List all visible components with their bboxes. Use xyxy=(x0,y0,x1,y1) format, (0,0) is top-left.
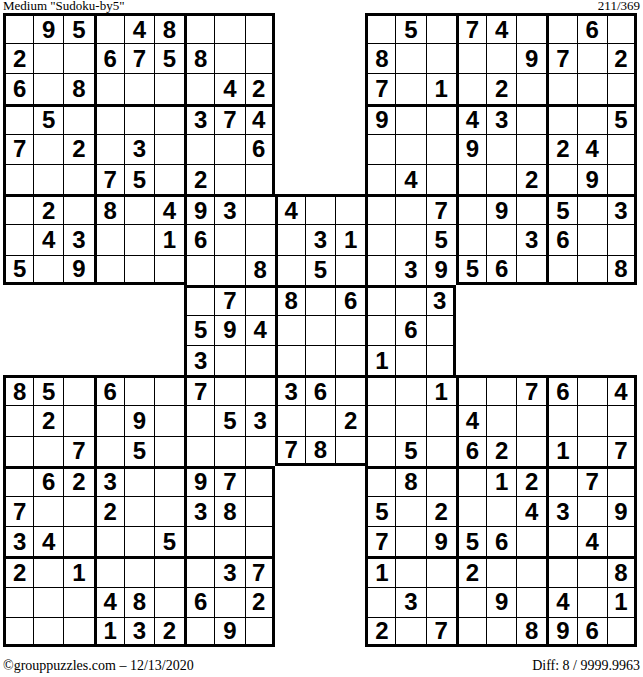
sudoku-cell-r15c5[interactable]: 5 xyxy=(124,436,154,466)
sudoku-cell-r6c21[interactable] xyxy=(607,164,637,194)
sudoku-cell-r20c7[interactable]: 6 xyxy=(184,587,214,617)
sudoku-cell-r13c9[interactable] xyxy=(245,375,275,405)
sudoku-cell-r4c21[interactable]: 5 xyxy=(607,104,637,134)
sudoku-cell-r15c11[interactable]: 8 xyxy=(305,436,335,466)
sudoku-cell-r6c4[interactable]: 7 xyxy=(94,164,124,194)
sudoku-cell-r20c5[interactable]: 8 xyxy=(124,587,154,617)
sudoku-cell-r2c16[interactable] xyxy=(456,43,486,73)
sudoku-cell-r6c18[interactable]: 2 xyxy=(516,164,546,194)
sudoku-cell-r5c3[interactable]: 2 xyxy=(63,134,93,164)
sudoku-cell-r7c18[interactable] xyxy=(516,194,546,224)
sudoku-cell-r9c21[interactable]: 8 xyxy=(607,255,637,285)
sudoku-cell-r9c11[interactable]: 5 xyxy=(305,255,335,285)
sudoku-cell-r13c16[interactable] xyxy=(456,375,486,405)
sudoku-cell-r9c8[interactable] xyxy=(214,255,244,285)
sudoku-cell-r2c5[interactable]: 7 xyxy=(124,43,154,73)
sudoku-cell-r11c7[interactable]: 5 xyxy=(184,315,214,345)
sudoku-cell-r10c12[interactable]: 6 xyxy=(335,285,365,315)
sudoku-cell-r7c19[interactable]: 5 xyxy=(546,194,576,224)
sudoku-cell-r8c10[interactable] xyxy=(275,224,305,254)
sudoku-cell-r21c1[interactable] xyxy=(3,617,33,647)
sudoku-cell-r13c21[interactable]: 4 xyxy=(607,375,637,405)
sudoku-cell-r1c8[interactable] xyxy=(214,13,244,43)
sudoku-cell-r17c19[interactable]: 3 xyxy=(546,496,576,526)
sudoku-cell-r4c6[interactable] xyxy=(154,104,184,134)
sudoku-cell-r6c3[interactable] xyxy=(63,164,93,194)
sudoku-cell-r5c17[interactable] xyxy=(486,134,516,164)
sudoku-cell-r3c1[interactable]: 6 xyxy=(3,73,33,103)
sudoku-cell-r13c19[interactable]: 6 xyxy=(546,375,576,405)
sudoku-cell-r14c21[interactable] xyxy=(607,405,637,435)
sudoku-cell-r17c13[interactable]: 5 xyxy=(365,496,395,526)
sudoku-cell-r18c1[interactable]: 3 xyxy=(3,526,33,556)
sudoku-cell-r1c17[interactable]: 4 xyxy=(486,13,516,43)
sudoku-cell-r1c1[interactable] xyxy=(3,13,33,43)
sudoku-cell-r13c2[interactable]: 5 xyxy=(33,375,63,405)
sudoku-cell-r1c18[interactable] xyxy=(516,13,546,43)
sudoku-cell-r5c15[interactable] xyxy=(426,134,456,164)
sudoku-cell-r17c8[interactable]: 8 xyxy=(214,496,244,526)
sudoku-cell-r15c21[interactable]: 7 xyxy=(607,436,637,466)
sudoku-cell-r15c14[interactable]: 5 xyxy=(395,436,425,466)
sudoku-cell-r14c3[interactable] xyxy=(63,405,93,435)
sudoku-cell-r19c8[interactable]: 3 xyxy=(214,556,244,586)
sudoku-cell-r17c6[interactable] xyxy=(154,496,184,526)
sudoku-cell-r13c17[interactable] xyxy=(486,375,516,405)
sudoku-cell-r8c3[interactable]: 3 xyxy=(63,224,93,254)
sudoku-cell-r4c17[interactable]: 3 xyxy=(486,104,516,134)
sudoku-cell-r2c13[interactable]: 8 xyxy=(365,43,395,73)
sudoku-cell-r9c10[interactable] xyxy=(275,255,305,285)
sudoku-cell-r8c5[interactable] xyxy=(124,224,154,254)
sudoku-cell-r4c4[interactable] xyxy=(94,104,124,134)
sudoku-cell-r21c2[interactable] xyxy=(33,617,63,647)
sudoku-cell-r19c3[interactable]: 1 xyxy=(63,556,93,586)
sudoku-cell-r4c15[interactable] xyxy=(426,104,456,134)
sudoku-cell-r8c1[interactable] xyxy=(3,224,33,254)
sudoku-cell-r2c8[interactable] xyxy=(214,43,244,73)
sudoku-cell-r15c4[interactable] xyxy=(94,436,124,466)
sudoku-cell-r5c8[interactable] xyxy=(214,134,244,164)
sudoku-cell-r13c15[interactable]: 1 xyxy=(426,375,456,405)
sudoku-cell-r10c9[interactable] xyxy=(245,285,275,315)
sudoku-cell-r17c3[interactable] xyxy=(63,496,93,526)
sudoku-cell-r6c1[interactable] xyxy=(3,164,33,194)
sudoku-cell-r19c4[interactable] xyxy=(94,556,124,586)
sudoku-cell-r9c13[interactable] xyxy=(365,255,395,285)
sudoku-cell-r14c5[interactable]: 9 xyxy=(124,405,154,435)
sudoku-cell-r9c16[interactable]: 5 xyxy=(456,255,486,285)
sudoku-cell-r6c17[interactable] xyxy=(486,164,516,194)
sudoku-cell-r7c5[interactable] xyxy=(124,194,154,224)
sudoku-cell-r21c5[interactable]: 3 xyxy=(124,617,154,647)
sudoku-cell-r21c21[interactable] xyxy=(607,617,637,647)
sudoku-cell-r17c1[interactable]: 7 xyxy=(3,496,33,526)
sudoku-cell-r5c14[interactable] xyxy=(395,134,425,164)
sudoku-cell-r13c8[interactable] xyxy=(214,375,244,405)
sudoku-cell-r8c2[interactable]: 4 xyxy=(33,224,63,254)
sudoku-cell-r15c10[interactable]: 7 xyxy=(275,436,305,466)
sudoku-cell-r17c17[interactable] xyxy=(486,496,516,526)
sudoku-cell-r18c16[interactable]: 5 xyxy=(456,526,486,556)
sudoku-cell-r21c19[interactable]: 9 xyxy=(546,617,576,647)
sudoku-cell-r17c14[interactable] xyxy=(395,496,425,526)
sudoku-cell-r1c16[interactable]: 7 xyxy=(456,13,486,43)
sudoku-cell-r13c10[interactable]: 3 xyxy=(275,375,305,405)
sudoku-cell-r10c7[interactable] xyxy=(184,285,214,315)
sudoku-cell-r4c5[interactable] xyxy=(124,104,154,134)
sudoku-cell-r17c7[interactable]: 3 xyxy=(184,496,214,526)
sudoku-cell-r9c9[interactable]: 8 xyxy=(245,255,275,285)
sudoku-cell-r14c2[interactable]: 2 xyxy=(33,405,63,435)
sudoku-cell-r14c15[interactable] xyxy=(426,405,456,435)
sudoku-cell-r9c7[interactable] xyxy=(184,255,214,285)
sudoku-cell-r9c12[interactable] xyxy=(335,255,365,285)
sudoku-cell-r4c18[interactable] xyxy=(516,104,546,134)
sudoku-cell-r20c6[interactable] xyxy=(154,587,184,617)
sudoku-cell-r15c13[interactable] xyxy=(365,436,395,466)
sudoku-cell-r8c6[interactable]: 1 xyxy=(154,224,184,254)
sudoku-cell-r4c8[interactable]: 7 xyxy=(214,104,244,134)
sudoku-cell-r14c11[interactable] xyxy=(305,405,335,435)
sudoku-cell-r11c9[interactable]: 4 xyxy=(245,315,275,345)
sudoku-cell-r16c3[interactable]: 2 xyxy=(63,466,93,496)
sudoku-cell-r21c13[interactable]: 2 xyxy=(365,617,395,647)
sudoku-cell-r4c19[interactable] xyxy=(546,104,576,134)
sudoku-cell-r14c7[interactable] xyxy=(184,405,214,435)
sudoku-cell-r2c9[interactable] xyxy=(245,43,275,73)
sudoku-cell-r7c12[interactable] xyxy=(335,194,365,224)
sudoku-cell-r4c3[interactable] xyxy=(63,104,93,134)
sudoku-cell-r16c15[interactable] xyxy=(426,466,456,496)
sudoku-cell-r2c2[interactable] xyxy=(33,43,63,73)
sudoku-cell-r20c3[interactable] xyxy=(63,587,93,617)
sudoku-cell-r2c4[interactable]: 6 xyxy=(94,43,124,73)
sudoku-cell-r17c9[interactable] xyxy=(245,496,275,526)
sudoku-cell-r14c4[interactable] xyxy=(94,405,124,435)
sudoku-cell-r8c21[interactable] xyxy=(607,224,637,254)
sudoku-cell-r8c9[interactable] xyxy=(245,224,275,254)
sudoku-cell-r11c8[interactable]: 9 xyxy=(214,315,244,345)
sudoku-cell-r12c8[interactable] xyxy=(214,345,244,375)
sudoku-cell-r1c2[interactable]: 9 xyxy=(33,13,63,43)
sudoku-cell-r1c21[interactable] xyxy=(607,13,637,43)
sudoku-cell-r6c7[interactable]: 2 xyxy=(184,164,214,194)
sudoku-cell-r16c4[interactable]: 3 xyxy=(94,466,124,496)
sudoku-cell-r7c7[interactable]: 9 xyxy=(184,194,214,224)
sudoku-cell-r13c5[interactable] xyxy=(124,375,154,405)
sudoku-cell-r17c21[interactable]: 9 xyxy=(607,496,637,526)
sudoku-cell-r13c18[interactable]: 7 xyxy=(516,375,546,405)
sudoku-cell-r14c18[interactable] xyxy=(516,405,546,435)
sudoku-cell-r15c1[interactable] xyxy=(3,436,33,466)
sudoku-cell-r21c9[interactable] xyxy=(245,617,275,647)
sudoku-cell-r18c17[interactable]: 6 xyxy=(486,526,516,556)
sudoku-cell-r17c2[interactable] xyxy=(33,496,63,526)
sudoku-cell-r18c20[interactable]: 4 xyxy=(577,526,607,556)
sudoku-cell-r12c11[interactable] xyxy=(305,345,335,375)
sudoku-cell-r16c8[interactable]: 7 xyxy=(214,466,244,496)
sudoku-cell-r2c20[interactable] xyxy=(577,43,607,73)
sudoku-cell-r7c17[interactable]: 9 xyxy=(486,194,516,224)
sudoku-cell-r19c18[interactable] xyxy=(516,556,546,586)
sudoku-cell-r10c15[interactable]: 3 xyxy=(426,285,456,315)
sudoku-cell-r16c9[interactable] xyxy=(245,466,275,496)
sudoku-cell-r7c20[interactable] xyxy=(577,194,607,224)
sudoku-cell-r19c5[interactable] xyxy=(124,556,154,586)
sudoku-cell-r2c6[interactable]: 5 xyxy=(154,43,184,73)
sudoku-cell-r9c19[interactable] xyxy=(546,255,576,285)
sudoku-cell-r15c16[interactable]: 6 xyxy=(456,436,486,466)
sudoku-cell-r3c14[interactable] xyxy=(395,73,425,103)
sudoku-cell-r4c14[interactable] xyxy=(395,104,425,134)
sudoku-cell-r3c3[interactable]: 8 xyxy=(63,73,93,103)
sudoku-cell-r12c14[interactable] xyxy=(395,345,425,375)
sudoku-cell-r2c7[interactable]: 8 xyxy=(184,43,214,73)
sudoku-cell-r12c10[interactable] xyxy=(275,345,305,375)
sudoku-cell-r13c13[interactable] xyxy=(365,375,395,405)
sudoku-cell-r14c12[interactable]: 2 xyxy=(335,405,365,435)
sudoku-cell-r18c18[interactable] xyxy=(516,526,546,556)
sudoku-cell-r19c21[interactable]: 8 xyxy=(607,556,637,586)
sudoku-cell-r9c5[interactable] xyxy=(124,255,154,285)
sudoku-cell-r17c16[interactable] xyxy=(456,496,486,526)
sudoku-cell-r13c20[interactable] xyxy=(577,375,607,405)
sudoku-cell-r19c14[interactable] xyxy=(395,556,425,586)
sudoku-cell-r14c16[interactable]: 4 xyxy=(456,405,486,435)
sudoku-cell-r6c13[interactable] xyxy=(365,164,395,194)
sudoku-cell-r13c11[interactable]: 6 xyxy=(305,375,335,405)
sudoku-cell-r14c10[interactable] xyxy=(275,405,305,435)
sudoku-cell-r13c14[interactable] xyxy=(395,375,425,405)
sudoku-cell-r19c17[interactable] xyxy=(486,556,516,586)
sudoku-cell-r3c15[interactable]: 1 xyxy=(426,73,456,103)
sudoku-cell-r3c6[interactable] xyxy=(154,73,184,103)
sudoku-cell-r15c7[interactable] xyxy=(184,436,214,466)
sudoku-cell-r15c20[interactable] xyxy=(577,436,607,466)
sudoku-cell-r16c20[interactable]: 7 xyxy=(577,466,607,496)
sudoku-cell-r20c20[interactable] xyxy=(577,587,607,617)
sudoku-cell-r3c8[interactable]: 4 xyxy=(214,73,244,103)
sudoku-cell-r20c8[interactable] xyxy=(214,587,244,617)
sudoku-cell-r10c13[interactable] xyxy=(365,285,395,315)
sudoku-cell-r20c4[interactable]: 4 xyxy=(94,587,124,617)
sudoku-cell-r20c17[interactable]: 9 xyxy=(486,587,516,617)
sudoku-cell-r16c14[interactable]: 8 xyxy=(395,466,425,496)
sudoku-cell-r13c3[interactable] xyxy=(63,375,93,405)
sudoku-cell-r15c8[interactable] xyxy=(214,436,244,466)
sudoku-cell-r9c3[interactable]: 9 xyxy=(63,255,93,285)
sudoku-cell-r20c18[interactable] xyxy=(516,587,546,617)
sudoku-cell-r7c2[interactable]: 2 xyxy=(33,194,63,224)
sudoku-cell-r18c15[interactable]: 9 xyxy=(426,526,456,556)
sudoku-cell-r11c13[interactable] xyxy=(365,315,395,345)
sudoku-cell-r19c16[interactable]: 2 xyxy=(456,556,486,586)
sudoku-cell-r16c17[interactable]: 1 xyxy=(486,466,516,496)
sudoku-cell-r21c16[interactable] xyxy=(456,617,486,647)
sudoku-cell-r16c2[interactable]: 6 xyxy=(33,466,63,496)
sudoku-cell-r12c7[interactable]: 3 xyxy=(184,345,214,375)
sudoku-cell-r8c16[interactable] xyxy=(456,224,486,254)
sudoku-cell-r5c2[interactable] xyxy=(33,134,63,164)
sudoku-cell-r7c16[interactable] xyxy=(456,194,486,224)
sudoku-cell-r13c4[interactable]: 6 xyxy=(94,375,124,405)
sudoku-cell-r20c16[interactable] xyxy=(456,587,486,617)
sudoku-cell-r16c6[interactable] xyxy=(154,466,184,496)
sudoku-cell-r11c12[interactable] xyxy=(335,315,365,345)
sudoku-cell-r9c15[interactable]: 9 xyxy=(426,255,456,285)
sudoku-cell-r19c15[interactable] xyxy=(426,556,456,586)
sudoku-cell-r21c20[interactable]: 6 xyxy=(577,617,607,647)
sudoku-cell-r14c9[interactable]: 3 xyxy=(245,405,275,435)
sudoku-cell-r4c9[interactable]: 4 xyxy=(245,104,275,134)
sudoku-cell-r14c19[interactable] xyxy=(546,405,576,435)
sudoku-cell-r3c5[interactable] xyxy=(124,73,154,103)
sudoku-cell-r6c6[interactable] xyxy=(154,164,184,194)
sudoku-cell-r15c19[interactable]: 1 xyxy=(546,436,576,466)
sudoku-cell-r9c6[interactable] xyxy=(154,255,184,285)
sudoku-cell-r15c3[interactable]: 7 xyxy=(63,436,93,466)
sudoku-cell-r7c15[interactable]: 7 xyxy=(426,194,456,224)
sudoku-cell-r2c17[interactable] xyxy=(486,43,516,73)
sudoku-cell-r10c8[interactable]: 7 xyxy=(214,285,244,315)
sudoku-cell-r6c14[interactable]: 4 xyxy=(395,164,425,194)
sudoku-cell-r20c13[interactable] xyxy=(365,587,395,617)
sudoku-cell-r18c13[interactable]: 7 xyxy=(365,526,395,556)
sudoku-cell-r11c14[interactable]: 6 xyxy=(395,315,425,345)
sudoku-cell-r1c6[interactable]: 8 xyxy=(154,13,184,43)
sudoku-cell-r3c18[interactable] xyxy=(516,73,546,103)
sudoku-cell-r21c7[interactable] xyxy=(184,617,214,647)
sudoku-cell-r8c14[interactable] xyxy=(395,224,425,254)
sudoku-cell-r15c17[interactable]: 2 xyxy=(486,436,516,466)
sudoku-cell-r8c7[interactable]: 6 xyxy=(184,224,214,254)
sudoku-cell-r4c7[interactable]: 3 xyxy=(184,104,214,134)
sudoku-cell-r8c18[interactable]: 3 xyxy=(516,224,546,254)
sudoku-cell-r21c6[interactable]: 2 xyxy=(154,617,184,647)
sudoku-cell-r19c13[interactable]: 1 xyxy=(365,556,395,586)
sudoku-cell-r18c7[interactable] xyxy=(184,526,214,556)
sudoku-cell-r5c9[interactable]: 6 xyxy=(245,134,275,164)
sudoku-cell-r21c3[interactable] xyxy=(63,617,93,647)
sudoku-cell-r6c20[interactable]: 9 xyxy=(577,164,607,194)
sudoku-cell-r11c15[interactable] xyxy=(426,315,456,345)
sudoku-cell-r8c20[interactable] xyxy=(577,224,607,254)
sudoku-cell-r16c1[interactable] xyxy=(3,466,33,496)
sudoku-cell-r3c19[interactable] xyxy=(546,73,576,103)
sudoku-cell-r14c8[interactable]: 5 xyxy=(214,405,244,435)
sudoku-cell-r7c1[interactable] xyxy=(3,194,33,224)
sudoku-cell-r10c10[interactable]: 8 xyxy=(275,285,305,315)
sudoku-cell-r8c17[interactable] xyxy=(486,224,516,254)
sudoku-cell-r18c3[interactable] xyxy=(63,526,93,556)
sudoku-cell-r5c18[interactable] xyxy=(516,134,546,164)
sudoku-cell-r21c15[interactable]: 7 xyxy=(426,617,456,647)
sudoku-cell-r14c13[interactable] xyxy=(365,405,395,435)
sudoku-cell-r5c5[interactable]: 3 xyxy=(124,134,154,164)
sudoku-cell-r18c6[interactable]: 5 xyxy=(154,526,184,556)
sudoku-cell-r3c21[interactable] xyxy=(607,73,637,103)
sudoku-cell-r7c8[interactable]: 3 xyxy=(214,194,244,224)
sudoku-cell-r1c5[interactable]: 4 xyxy=(124,13,154,43)
sudoku-cell-r14c14[interactable] xyxy=(395,405,425,435)
sudoku-cell-r15c2[interactable] xyxy=(33,436,63,466)
sudoku-cell-r4c13[interactable]: 9 xyxy=(365,104,395,134)
sudoku-cell-r16c21[interactable] xyxy=(607,466,637,496)
sudoku-cell-r10c14[interactable] xyxy=(395,285,425,315)
sudoku-cell-r9c4[interactable] xyxy=(94,255,124,285)
sudoku-cell-r19c19[interactable] xyxy=(546,556,576,586)
sudoku-cell-r3c2[interactable] xyxy=(33,73,63,103)
sudoku-cell-r3c17[interactable]: 2 xyxy=(486,73,516,103)
sudoku-cell-r6c5[interactable]: 5 xyxy=(124,164,154,194)
sudoku-cell-r4c20[interactable] xyxy=(577,104,607,134)
sudoku-cell-r11c11[interactable] xyxy=(305,315,335,345)
sudoku-cell-r8c8[interactable] xyxy=(214,224,244,254)
sudoku-cell-r6c15[interactable] xyxy=(426,164,456,194)
sudoku-cell-r6c8[interactable] xyxy=(214,164,244,194)
sudoku-cell-r4c16[interactable]: 4 xyxy=(456,104,486,134)
sudoku-cell-r20c2[interactable] xyxy=(33,587,63,617)
sudoku-cell-r20c19[interactable]: 4 xyxy=(546,587,576,617)
sudoku-cell-r7c3[interactable] xyxy=(63,194,93,224)
sudoku-cell-r1c9[interactable] xyxy=(245,13,275,43)
sudoku-cell-r21c14[interactable] xyxy=(395,617,425,647)
sudoku-cell-r3c13[interactable]: 7 xyxy=(365,73,395,103)
sudoku-cell-r5c19[interactable]: 2 xyxy=(546,134,576,164)
sudoku-cell-r12c15[interactable] xyxy=(426,345,456,375)
sudoku-cell-r2c18[interactable]: 9 xyxy=(516,43,546,73)
sudoku-cell-r2c1[interactable]: 2 xyxy=(3,43,33,73)
sudoku-cell-r18c2[interactable]: 4 xyxy=(33,526,63,556)
sudoku-cell-r7c9[interactable] xyxy=(245,194,275,224)
sudoku-cell-r1c19[interactable] xyxy=(546,13,576,43)
sudoku-cell-r15c15[interactable] xyxy=(426,436,456,466)
sudoku-cell-r2c21[interactable]: 2 xyxy=(607,43,637,73)
sudoku-cell-r1c3[interactable]: 5 xyxy=(63,13,93,43)
sudoku-cell-r12c13[interactable]: 1 xyxy=(365,345,395,375)
sudoku-cell-r8c15[interactable]: 5 xyxy=(426,224,456,254)
sudoku-cell-r3c9[interactable]: 2 xyxy=(245,73,275,103)
sudoku-cell-r12c12[interactable] xyxy=(335,345,365,375)
sudoku-cell-r2c3[interactable] xyxy=(63,43,93,73)
sudoku-cell-r2c14[interactable] xyxy=(395,43,425,73)
sudoku-cell-r8c4[interactable] xyxy=(94,224,124,254)
sudoku-cell-r6c2[interactable] xyxy=(33,164,63,194)
sudoku-cell-r21c4[interactable]: 1 xyxy=(94,617,124,647)
sudoku-cell-r18c19[interactable] xyxy=(546,526,576,556)
sudoku-cell-r21c17[interactable] xyxy=(486,617,516,647)
sudoku-cell-r17c4[interactable]: 2 xyxy=(94,496,124,526)
sudoku-cell-r12c9[interactable] xyxy=(245,345,275,375)
sudoku-cell-r18c9[interactable] xyxy=(245,526,275,556)
sudoku-cell-r5c1[interactable]: 7 xyxy=(3,134,33,164)
sudoku-cell-r18c5[interactable] xyxy=(124,526,154,556)
sudoku-cell-r3c7[interactable] xyxy=(184,73,214,103)
sudoku-cell-r7c14[interactable] xyxy=(395,194,425,224)
sudoku-cell-r9c17[interactable]: 6 xyxy=(486,255,516,285)
sudoku-cell-r17c15[interactable]: 2 xyxy=(426,496,456,526)
sudoku-cell-r16c7[interactable]: 9 xyxy=(184,466,214,496)
sudoku-cell-r5c13[interactable] xyxy=(365,134,395,164)
sudoku-cell-r3c16[interactable] xyxy=(456,73,486,103)
sudoku-cell-r5c4[interactable] xyxy=(94,134,124,164)
sudoku-cell-r16c18[interactable]: 2 xyxy=(516,466,546,496)
sudoku-cell-r20c15[interactable] xyxy=(426,587,456,617)
sudoku-cell-r3c4[interactable] xyxy=(94,73,124,103)
sudoku-cell-r7c10[interactable]: 4 xyxy=(275,194,305,224)
sudoku-cell-r1c7[interactable] xyxy=(184,13,214,43)
